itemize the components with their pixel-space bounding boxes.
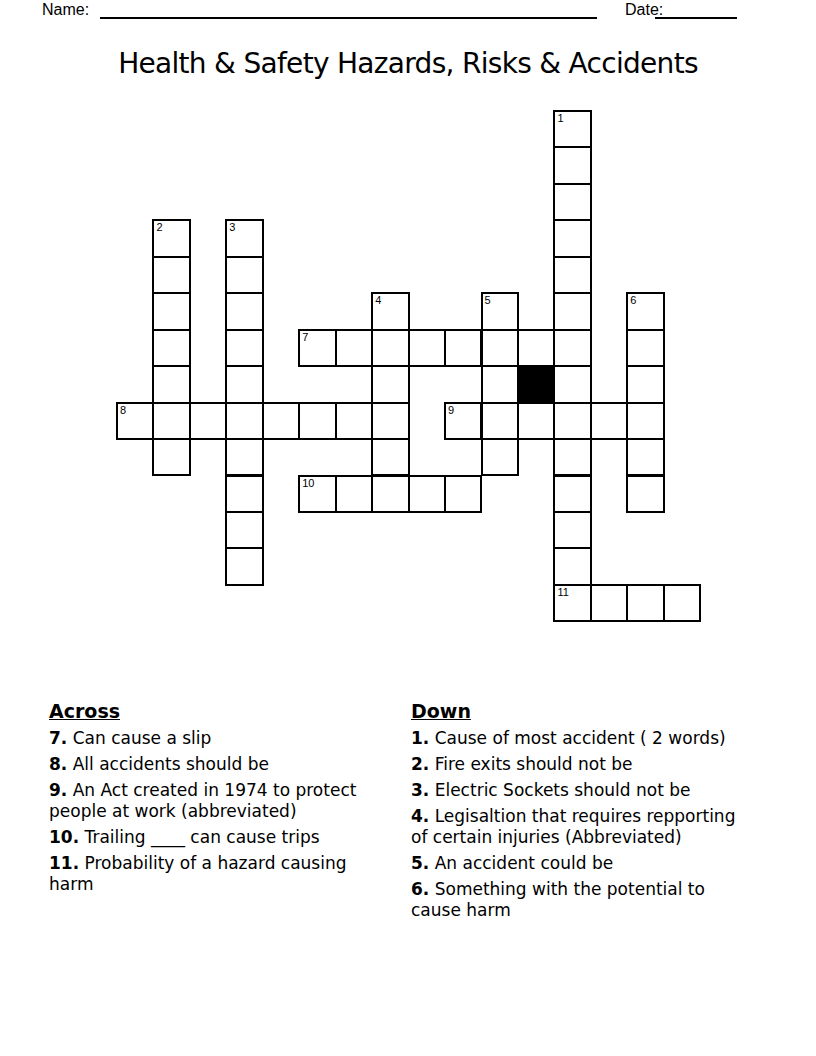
grid-cell[interactable] <box>225 475 263 513</box>
grid-cell[interactable] <box>590 402 628 440</box>
grid-cell[interactable] <box>225 547 263 585</box>
clue-number: 6 <box>630 294 636 307</box>
clue-across-8: 8. All accidents should be <box>49 754 385 775</box>
grid-cell[interactable]: 4 <box>371 292 409 330</box>
grid-cell[interactable]: 3 <box>225 219 263 257</box>
grid-cell[interactable]: 6 <box>626 292 664 330</box>
clue-across-7: 7. Can cause a slip <box>49 728 385 749</box>
clue-down-5: 5. An accident could be <box>411 853 749 874</box>
grid-cell[interactable] <box>553 329 591 367</box>
grid-cell[interactable] <box>225 292 263 330</box>
grid-cell[interactable] <box>225 438 263 476</box>
grid-cell[interactable] <box>335 402 373 440</box>
grid-cell[interactable] <box>408 475 446 513</box>
grid-cell[interactable] <box>152 329 190 367</box>
grid-cell[interactable] <box>517 402 555 440</box>
grid-cell[interactable] <box>225 365 263 403</box>
across-clues-section: Across 7. Can cause a slip8. All acciden… <box>49 700 385 900</box>
grid-cell[interactable] <box>262 402 300 440</box>
grid-cell[interactable] <box>517 329 555 367</box>
crossword-grid: 1234567891011 <box>0 0 816 700</box>
grid-cell[interactable] <box>444 329 482 367</box>
grid-cell[interactable] <box>152 402 190 440</box>
clue-number: 3 <box>229 221 235 234</box>
grid-cell[interactable] <box>225 329 263 367</box>
grid-cell[interactable] <box>553 547 591 585</box>
grid-cell[interactable]: 2 <box>152 219 190 257</box>
grid-cell[interactable]: 11 <box>553 584 591 622</box>
grid-cell[interactable] <box>626 402 664 440</box>
grid-cell[interactable] <box>626 438 664 476</box>
clue-across-11: 11. Probability of a hazard causing harm <box>49 853 385 895</box>
clue-down-4: 4. Legisaltion that requires repporting … <box>411 806 749 848</box>
grid-cell[interactable] <box>663 584 701 622</box>
grid-cell[interactable] <box>553 146 591 184</box>
clue-down-1: 1. Cause of most accident ( 2 words) <box>411 728 749 749</box>
grid-cell[interactable] <box>553 256 591 294</box>
grid-cell[interactable] <box>371 402 409 440</box>
black-cell <box>517 365 555 403</box>
grid-cell[interactable] <box>189 402 227 440</box>
grid-cell[interactable] <box>481 329 519 367</box>
grid-cell[interactable] <box>298 402 336 440</box>
clue-number: 8 <box>120 404 126 417</box>
grid-cell[interactable] <box>481 438 519 476</box>
clue-down-2: 2. Fire exits should not be <box>411 754 749 775</box>
clue-number: 7 <box>302 331 308 344</box>
grid-cell[interactable] <box>225 256 263 294</box>
clue-down-3: 3. Electric Sockets should not be <box>411 780 749 801</box>
grid-cell[interactable] <box>225 402 263 440</box>
grid-cell[interactable] <box>553 219 591 257</box>
grid-cell[interactable] <box>553 475 591 513</box>
grid-cell[interactable]: 5 <box>481 292 519 330</box>
grid-cell[interactable]: 10 <box>298 475 336 513</box>
grid-cell[interactable] <box>335 329 373 367</box>
grid-cell[interactable]: 9 <box>444 402 482 440</box>
grid-cell[interactable] <box>626 365 664 403</box>
clue-number: 9 <box>448 404 454 417</box>
grid-cell[interactable] <box>152 292 190 330</box>
grid-cell[interactable] <box>152 438 190 476</box>
grid-cell[interactable] <box>152 256 190 294</box>
grid-cell[interactable] <box>553 365 591 403</box>
grid-cell[interactable]: 8 <box>116 402 154 440</box>
grid-cell[interactable] <box>371 475 409 513</box>
grid-cell[interactable] <box>371 438 409 476</box>
clue-number: 4 <box>375 294 381 307</box>
down-clues-section: Down 1. Cause of most accident ( 2 words… <box>411 700 749 926</box>
clue-number: 5 <box>485 294 491 307</box>
across-heading: Across <box>49 700 385 722</box>
clue-across-9: 9. An Act created in 1974 to protect peo… <box>49 780 385 822</box>
grid-cell[interactable] <box>553 438 591 476</box>
grid-cell[interactable] <box>481 402 519 440</box>
grid-cell[interactable] <box>481 365 519 403</box>
clue-number: 10 <box>302 477 314 490</box>
grid-cell[interactable] <box>626 475 664 513</box>
grid-cell[interactable] <box>626 584 664 622</box>
grid-cell[interactable] <box>553 511 591 549</box>
grid-cell[interactable] <box>152 365 190 403</box>
clue-number: 1 <box>557 112 563 125</box>
grid-cell[interactable] <box>626 329 664 367</box>
grid-cell[interactable] <box>590 584 628 622</box>
clue-number: 11 <box>557 586 568 599</box>
grid-cell[interactable]: 7 <box>298 329 336 367</box>
clue-across-10: 10. Trailing ____ can cause trips <box>49 827 385 848</box>
grid-cell[interactable] <box>553 402 591 440</box>
grid-cell[interactable] <box>335 475 373 513</box>
down-heading: Down <box>411 700 749 722</box>
clue-down-6: 6. Something with the potential to cause… <box>411 879 749 921</box>
grid-cell[interactable] <box>371 329 409 367</box>
grid-cell[interactable] <box>225 511 263 549</box>
clue-number: 2 <box>156 221 162 234</box>
grid-cell[interactable] <box>553 183 591 221</box>
grid-cell[interactable] <box>371 365 409 403</box>
grid-cell[interactable] <box>553 292 591 330</box>
grid-cell[interactable] <box>408 329 446 367</box>
grid-cell[interactable] <box>444 475 482 513</box>
grid-cell[interactable]: 1 <box>553 110 591 148</box>
